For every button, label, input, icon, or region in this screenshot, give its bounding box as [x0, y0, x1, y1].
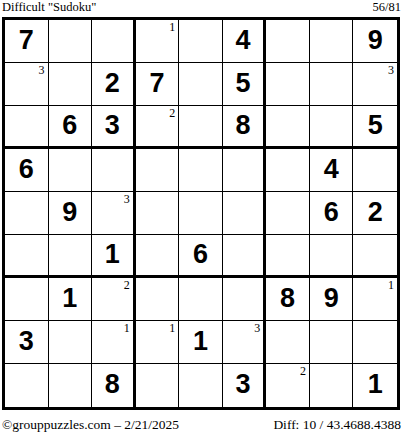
given-digit: 3 [236, 371, 251, 398]
given-digit: 2 [368, 199, 383, 226]
pencil-mark: 1 [388, 279, 394, 292]
cell-r1c3[interactable] [92, 20, 136, 63]
cell-r7c7[interactable]: 8 [266, 278, 310, 321]
puzzle-title: Difficult "Sudoku" [2, 0, 96, 15]
cell-r2c4[interactable]: 7 [136, 63, 180, 106]
cell-r5c1[interactable] [5, 192, 49, 235]
cell-r6c9[interactable] [353, 235, 397, 278]
cell-r4c5[interactable] [179, 149, 223, 192]
cell-r8c2[interactable] [49, 321, 93, 364]
cell-r9c3[interactable]: 8 [92, 364, 136, 407]
cell-r2c7[interactable] [266, 63, 310, 106]
cell-r8c3[interactable]: 1 [92, 321, 136, 364]
given-digit: 1 [62, 285, 77, 312]
cell-r6c1[interactable] [5, 235, 49, 278]
given-digit: 3 [19, 328, 34, 355]
cell-r2c1[interactable]: 3 [5, 63, 49, 106]
given-digit: 1 [193, 328, 208, 355]
cell-r9c6[interactable]: 3 [223, 364, 267, 407]
cell-r7c9[interactable]: 1 [353, 278, 397, 321]
cell-r5c3[interactable]: 3 [92, 192, 136, 235]
cell-r4c4[interactable] [136, 149, 180, 192]
cell-r2c2[interactable] [49, 63, 93, 106]
cell-r2c5[interactable] [179, 63, 223, 106]
remaining-counter: 56/81 [373, 0, 401, 15]
given-digit: 7 [149, 70, 164, 97]
cell-r4c8[interactable]: 4 [310, 149, 354, 192]
cell-r9c7[interactable]: 2 [266, 364, 310, 407]
cell-r8c8[interactable] [310, 321, 354, 364]
cell-r5c7[interactable] [266, 192, 310, 235]
given-digit: 5 [236, 70, 251, 97]
cell-r6c5[interactable]: 6 [179, 235, 223, 278]
given-digit: 1 [105, 241, 120, 268]
page-header: Difficult "Sudoku" 56/81 [2, 0, 401, 15]
cell-r3c4[interactable]: 2 [136, 106, 180, 149]
page-footer: ©grouppuzzles.com – 2/21/2025 Diff: 10 /… [2, 416, 401, 434]
cell-r4c1[interactable]: 6 [5, 149, 49, 192]
cell-r1c7[interactable] [266, 20, 310, 63]
cell-r8c7[interactable] [266, 321, 310, 364]
cell-r7c3[interactable]: 2 [92, 278, 136, 321]
cell-r8c9[interactable] [353, 321, 397, 364]
cell-r1c1[interactable]: 7 [5, 20, 49, 63]
pencil-mark: 3 [388, 64, 394, 77]
cell-r8c6[interactable]: 3 [223, 321, 267, 364]
cell-r9c1[interactable] [5, 364, 49, 407]
cell-r8c4[interactable]: 1 [136, 321, 180, 364]
pencil-mark: 2 [300, 365, 306, 378]
cell-r3c2[interactable]: 6 [49, 106, 93, 149]
cell-r6c7[interactable] [266, 235, 310, 278]
cell-r5c8[interactable]: 6 [310, 192, 354, 235]
cell-r5c5[interactable] [179, 192, 223, 235]
cell-r3c9[interactable]: 5 [353, 106, 397, 149]
cell-r5c9[interactable]: 2 [353, 192, 397, 235]
cell-r5c2[interactable]: 9 [49, 192, 93, 235]
cell-r1c9[interactable]: 9 [353, 20, 397, 63]
pencil-mark: 3 [39, 64, 45, 77]
given-digit: 8 [280, 285, 295, 312]
cell-r7c5[interactable] [179, 278, 223, 321]
given-digit: 9 [368, 27, 383, 54]
given-digit: 7 [19, 27, 34, 54]
cell-r9c2[interactable] [49, 364, 93, 407]
cell-r4c7[interactable] [266, 149, 310, 192]
cell-r4c9[interactable] [353, 149, 397, 192]
given-digit: 4 [324, 156, 339, 183]
cell-r4c2[interactable] [49, 149, 93, 192]
cell-r4c3[interactable] [92, 149, 136, 192]
cell-r8c1[interactable]: 3 [5, 321, 49, 364]
pencil-mark: 2 [169, 107, 175, 120]
cell-r6c8[interactable] [310, 235, 354, 278]
pencil-mark: 3 [124, 193, 130, 206]
cell-r5c6[interactable] [223, 192, 267, 235]
cell-r9c4[interactable] [136, 364, 180, 407]
pencil-mark: 1 [169, 21, 175, 34]
cell-r7c4[interactable] [136, 278, 180, 321]
cell-r5c4[interactable] [136, 192, 180, 235]
cell-r9c5[interactable] [179, 364, 223, 407]
given-digit: 6 [324, 199, 339, 226]
sudoku-board: 714932753632856493621612891311138321 [2, 17, 400, 410]
given-digit: 4 [236, 27, 251, 54]
cell-r3c6[interactable]: 8 [223, 106, 267, 149]
given-digit: 3 [105, 112, 120, 139]
given-digit: 6 [193, 241, 208, 268]
cell-r6c2[interactable] [49, 235, 93, 278]
copyright-text: ©grouppuzzles.com – 2/21/2025 [2, 416, 179, 434]
cell-r7c2[interactable]: 1 [49, 278, 93, 321]
given-digit: 9 [62, 199, 77, 226]
cell-r1c5[interactable] [179, 20, 223, 63]
given-digit: 6 [19, 156, 34, 183]
pencil-mark: 3 [254, 322, 260, 335]
given-digit: 6 [62, 112, 77, 139]
cell-r3c3[interactable]: 3 [92, 106, 136, 149]
cell-r1c2[interactable] [49, 20, 93, 63]
cell-r2c8[interactable] [310, 63, 354, 106]
cell-r2c6[interactable]: 5 [223, 63, 267, 106]
cell-r3c1[interactable] [5, 106, 49, 149]
given-digit: 1 [368, 371, 383, 398]
pencil-mark: 1 [124, 322, 130, 335]
given-digit: 8 [105, 371, 120, 398]
cell-r7c8[interactable]: 9 [310, 278, 354, 321]
cell-r6c6[interactable] [223, 235, 267, 278]
cell-r6c3[interactable]: 1 [92, 235, 136, 278]
cell-r4c6[interactable] [223, 149, 267, 192]
pencil-mark: 2 [124, 279, 130, 292]
given-digit: 2 [105, 70, 120, 97]
pencil-mark: 1 [169, 322, 175, 335]
given-digit: 8 [236, 112, 251, 139]
cell-r1c8[interactable] [310, 20, 354, 63]
cell-r3c7[interactable] [266, 106, 310, 149]
cell-r7c1[interactable] [5, 278, 49, 321]
cell-r9c9[interactable]: 1 [353, 364, 397, 407]
given-digit: 9 [324, 285, 339, 312]
cell-r1c4[interactable]: 1 [136, 20, 180, 63]
cell-r8c5[interactable]: 1 [179, 321, 223, 364]
cell-r2c3[interactable]: 2 [92, 63, 136, 106]
cell-r1c6[interactable]: 4 [223, 20, 267, 63]
cell-r3c5[interactable] [179, 106, 223, 149]
cell-r6c4[interactable] [136, 235, 180, 278]
difficulty-text: Diff: 10 / 43.4688.4388 [273, 416, 401, 434]
given-digit: 5 [368, 112, 383, 139]
cell-r2c9[interactable]: 3 [353, 63, 397, 106]
cell-r3c8[interactable] [310, 106, 354, 149]
cell-r7c6[interactable] [223, 278, 267, 321]
cell-r9c8[interactable] [310, 364, 354, 407]
